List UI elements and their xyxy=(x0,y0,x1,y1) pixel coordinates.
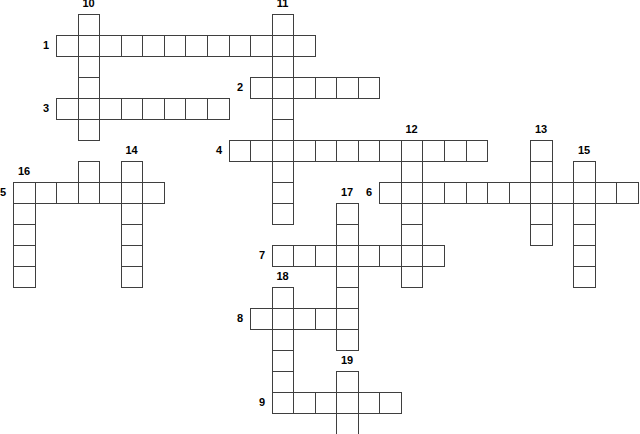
clue-number-2: 2 xyxy=(227,82,243,93)
cell-r9-c24[interactable] xyxy=(530,203,553,225)
cell-r9-c12[interactable] xyxy=(272,203,294,225)
clue-number-19: 19 xyxy=(332,355,362,366)
cell-r1-c12[interactable] xyxy=(272,35,294,57)
clue-number-12: 12 xyxy=(397,124,427,135)
cell-r6-c24[interactable] xyxy=(530,140,553,162)
cell-r2-c3[interactable] xyxy=(78,56,100,78)
cell-r4-c6[interactable] xyxy=(142,98,165,120)
cell-r11-c19[interactable] xyxy=(422,245,445,267)
cell-r8-c20[interactable] xyxy=(444,182,467,204)
cell-r5-c3[interactable] xyxy=(78,119,100,141)
cell-r1-c4[interactable] xyxy=(99,35,122,57)
cell-r1-c11[interactable] xyxy=(250,35,273,57)
cell-r11-c0[interactable] xyxy=(13,245,36,267)
clue-number-18: 18 xyxy=(268,271,298,282)
cell-r7-c18[interactable] xyxy=(401,161,423,183)
cell-r13-c12[interactable] xyxy=(272,287,294,309)
cell-r1-c5[interactable] xyxy=(121,35,143,57)
cell-r8-c25[interactable] xyxy=(552,182,574,204)
cell-r8-c6[interactable] xyxy=(142,182,165,204)
cell-r13-c15[interactable] xyxy=(336,287,359,309)
cell-r4-c4[interactable] xyxy=(99,98,122,120)
cell-r5-c12[interactable] xyxy=(272,119,294,141)
cell-r9-c5[interactable] xyxy=(121,203,143,225)
cell-r4-c9[interactable] xyxy=(207,98,230,120)
cell-r1-c7[interactable] xyxy=(164,35,186,57)
cell-r16-c12[interactable] xyxy=(272,350,294,372)
cell-r6-c14[interactable] xyxy=(315,140,337,162)
cell-r9-c0[interactable] xyxy=(13,203,36,225)
cell-r6-c13[interactable] xyxy=(293,140,316,162)
cell-r11-c15[interactable] xyxy=(336,245,359,267)
cell-r6-c17[interactable] xyxy=(379,140,402,162)
cell-r14-c12[interactable] xyxy=(272,308,294,330)
cell-r12-c15[interactable] xyxy=(336,266,359,288)
cell-r10-c0[interactable] xyxy=(13,224,36,246)
cell-r11-c5[interactable] xyxy=(121,245,143,267)
clue-number-14: 14 xyxy=(117,145,147,156)
cell-r6-c18[interactable] xyxy=(401,140,423,162)
cell-r4-c8[interactable] xyxy=(185,98,208,120)
cell-r3-c11[interactable] xyxy=(250,77,273,99)
cell-r18-c16[interactable] xyxy=(358,392,380,414)
cell-r10-c18[interactable] xyxy=(401,224,423,246)
clue-number-16: 16 xyxy=(9,166,39,177)
cell-r17-c15[interactable] xyxy=(336,371,359,393)
cell-r3-c16[interactable] xyxy=(358,77,380,99)
clue-number-17: 17 xyxy=(332,187,362,198)
cell-r3-c13[interactable] xyxy=(293,77,316,99)
cell-r9-c18[interactable] xyxy=(401,203,423,225)
clue-number-3: 3 xyxy=(33,103,49,114)
cell-r18-c17[interactable] xyxy=(379,392,402,414)
cell-r17-c12[interactable] xyxy=(272,371,294,393)
clue-number-11: 11 xyxy=(268,0,298,9)
cell-r15-c15[interactable] xyxy=(336,329,359,351)
cell-r18-c15[interactable] xyxy=(336,392,359,414)
cell-r18-c12[interactable] xyxy=(272,392,294,414)
cell-r1-c6[interactable] xyxy=(142,35,165,57)
clue-number-7: 7 xyxy=(249,250,265,261)
cell-r6-c21[interactable] xyxy=(466,140,488,162)
cell-r0-c3[interactable] xyxy=(78,14,100,36)
cell-r6-c19[interactable] xyxy=(422,140,445,162)
cell-r11-c13[interactable] xyxy=(293,245,316,267)
cell-r6-c15[interactable] xyxy=(336,140,359,162)
cell-r8-c0[interactable] xyxy=(13,182,36,204)
cell-r3-c14[interactable] xyxy=(315,77,337,99)
cell-r1-c3[interactable] xyxy=(78,35,100,57)
cell-r7-c26[interactable] xyxy=(573,161,596,183)
cell-r14-c14[interactable] xyxy=(315,308,337,330)
cell-r12-c5[interactable] xyxy=(121,266,143,288)
cell-r12-c26[interactable] xyxy=(573,266,596,288)
cell-r4-c3[interactable] xyxy=(78,98,100,120)
cell-r1-c2[interactable] xyxy=(56,35,79,57)
cell-r6-c11[interactable] xyxy=(250,140,273,162)
cell-r19-c15[interactable] xyxy=(336,413,359,434)
cell-r8-c3[interactable] xyxy=(78,182,100,204)
clue-number-9: 9 xyxy=(249,397,265,408)
cell-r3-c12[interactable] xyxy=(272,77,294,99)
cell-r8-c4[interactable] xyxy=(99,182,122,204)
cell-r8-c1[interactable] xyxy=(35,182,57,204)
cell-r8-c2[interactable] xyxy=(56,182,79,204)
cell-r11-c14[interactable] xyxy=(315,245,337,267)
cell-r10-c5[interactable] xyxy=(121,224,143,246)
cell-r12-c0[interactable] xyxy=(13,266,36,288)
cell-r11-c18[interactable] xyxy=(401,245,423,267)
cell-r4-c12[interactable] xyxy=(272,98,294,120)
cell-r8-c22[interactable] xyxy=(487,182,510,204)
clue-number-15: 15 xyxy=(569,145,599,156)
cell-r6-c12[interactable] xyxy=(272,140,294,162)
cell-r7-c5[interactable] xyxy=(121,161,143,183)
cell-r14-c13[interactable] xyxy=(293,308,316,330)
cell-r9-c15[interactable] xyxy=(336,203,359,225)
cell-r8-c24[interactable] xyxy=(530,182,553,204)
cell-r12-c18[interactable] xyxy=(401,266,423,288)
cell-r11-c16[interactable] xyxy=(358,245,380,267)
cell-r7-c12[interactable] xyxy=(272,161,294,183)
cell-r14-c11[interactable] xyxy=(250,308,273,330)
cell-r6-c16[interactable] xyxy=(358,140,380,162)
cell-r8-c26[interactable] xyxy=(573,182,596,204)
clue-number-10: 10 xyxy=(74,0,104,9)
cell-r4-c7[interactable] xyxy=(164,98,186,120)
cell-r10-c15[interactable] xyxy=(336,224,359,246)
cell-r3-c3[interactable] xyxy=(78,77,100,99)
cell-r8-c19[interactable] xyxy=(422,182,445,204)
clue-number-13: 13 xyxy=(526,124,556,135)
cell-r1-c8[interactable] xyxy=(185,35,208,57)
cell-r11-c17[interactable] xyxy=(379,245,402,267)
cell-r18-c14[interactable] xyxy=(315,392,337,414)
cell-r10-c26[interactable] xyxy=(573,224,596,246)
cell-r8-c17[interactable] xyxy=(379,182,402,204)
cell-r0-c12[interactable] xyxy=(272,14,294,36)
clue-number-4: 4 xyxy=(206,145,222,156)
cell-r3-c15[interactable] xyxy=(336,77,359,99)
cell-r8-c27[interactable] xyxy=(595,182,617,204)
cell-r15-c12[interactable] xyxy=(272,329,294,351)
clue-number-8: 8 xyxy=(227,313,243,324)
cell-r7-c24[interactable] xyxy=(530,161,553,183)
cell-r2-c12[interactable] xyxy=(272,56,294,78)
cell-r8-c21[interactable] xyxy=(466,182,488,204)
cell-r8-c28[interactable] xyxy=(616,182,639,204)
cell-r9-c26[interactable] xyxy=(573,203,596,225)
cell-r7-c3[interactable] xyxy=(78,161,100,183)
cell-r6-c10[interactable] xyxy=(229,140,251,162)
cell-r4-c5[interactable] xyxy=(121,98,143,120)
cell-r1-c10[interactable] xyxy=(229,35,251,57)
cell-r18-c13[interactable] xyxy=(293,392,316,414)
clue-number-1: 1 xyxy=(33,40,49,51)
cell-r6-c20[interactable] xyxy=(444,140,467,162)
cell-r8-c18[interactable] xyxy=(401,182,423,204)
cell-r14-c15[interactable] xyxy=(336,308,359,330)
clue-number-5: 5 xyxy=(0,187,6,198)
cell-r1-c13[interactable] xyxy=(293,35,316,57)
cell-r10-c24[interactable] xyxy=(530,224,553,246)
cell-r8-c23[interactable] xyxy=(509,182,531,204)
cell-r11-c12[interactable] xyxy=(272,245,294,267)
cell-r8-c5[interactable] xyxy=(121,182,143,204)
crossword-grid: 12345678910111213141516171819 xyxy=(0,0,640,434)
cell-r11-c26[interactable] xyxy=(573,245,596,267)
cell-r8-c12[interactable] xyxy=(272,182,294,204)
cell-r1-c9[interactable] xyxy=(207,35,230,57)
cell-r4-c2[interactable] xyxy=(56,98,79,120)
